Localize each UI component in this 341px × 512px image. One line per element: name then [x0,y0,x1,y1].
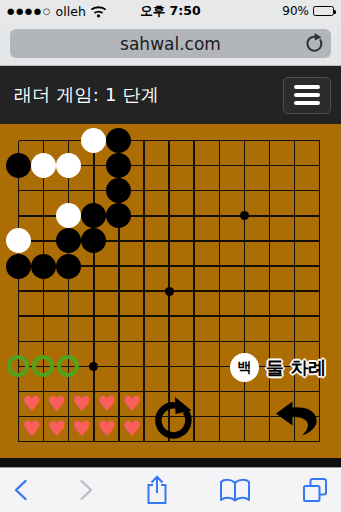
black-stone [56,254,81,279]
board-cell[interactable] [257,253,282,278]
board-cell[interactable] [6,329,31,354]
board-cell[interactable] [131,178,156,203]
board-cell[interactable] [81,253,106,278]
board-cell[interactable] [6,253,31,278]
board-cell[interactable] [6,203,31,228]
board-cell[interactable] [31,354,56,379]
board-cell[interactable] [182,153,207,178]
board-cell[interactable] [207,128,232,153]
board-cell[interactable] [182,329,207,354]
board-cell[interactable] [81,329,106,354]
board-cell[interactable] [106,128,131,153]
board-cell[interactable] [31,253,56,278]
board-cell[interactable] [232,203,257,228]
board-cell[interactable] [6,178,31,203]
board-cell[interactable] [207,253,232,278]
board-cell[interactable] [31,178,56,203]
board-cell[interactable] [106,203,131,228]
board-cell[interactable] [207,228,232,253]
black-stone [31,254,56,279]
board-cell[interactable] [81,153,106,178]
board-cell[interactable] [157,279,182,304]
board-cell[interactable] [307,304,332,329]
heart-icon: ♥ [69,417,94,442]
board-cell[interactable] [282,178,307,203]
board-cell[interactable] [232,379,257,404]
black-stone [106,203,131,228]
board-cell[interactable] [257,228,282,253]
black-stone [106,178,131,203]
board-cell[interactable] [56,128,81,153]
tabs-button[interactable] [302,477,328,503]
share-icon [145,475,169,505]
phone-screen: ●●●●○ olleh 오후 7:50 90% sahwal.com [0,0,341,512]
board-cell[interactable] [131,253,156,278]
board-cell[interactable] [157,128,182,153]
board-cell[interactable] [106,329,131,354]
status-right: 90% [282,4,334,18]
board-cell[interactable] [182,279,207,304]
browser-url-bar: sahwal.com [0,22,341,66]
board-cell[interactable] [307,253,332,278]
heart-icon: ♥ [19,392,44,417]
battery-tip [334,10,336,14]
board-bottom-edge [0,458,341,467]
board-cell[interactable] [106,153,131,178]
hearts-tray: ♥♥♥♥♥♥♥♥♥♥ [19,392,145,442]
go-board[interactable]: ♥♥♥♥♥♥♥♥♥♥ 백 둘 차례 [0,124,341,458]
board-cell[interactable] [257,203,282,228]
white-stone [56,203,81,228]
back-chevron-icon [13,479,28,501]
board-cell[interactable] [106,354,131,379]
board-cell[interactable] [131,329,156,354]
board-cell[interactable] [131,203,156,228]
board-cell[interactable] [282,304,307,329]
hamburger-icon [294,101,320,105]
board-cell[interactable] [232,228,257,253]
board-cell[interactable] [257,128,282,153]
board-cell[interactable] [56,354,81,379]
board-cell[interactable] [282,228,307,253]
forward-button[interactable] [79,479,94,501]
board-cell[interactable] [81,228,106,253]
board-cell[interactable] [232,329,257,354]
board-cell[interactable] [307,128,332,153]
star-point [240,211,249,220]
board-cell[interactable] [56,279,81,304]
board-cell[interactable] [207,279,232,304]
board-cell[interactable] [307,279,332,304]
board-cell[interactable] [31,153,56,178]
app-header: 래더 게임: 1 단계 [0,66,341,124]
board-cell[interactable] [81,128,106,153]
board-cell[interactable] [131,354,156,379]
star-point [89,362,98,371]
white-stone [31,153,56,178]
board-cell[interactable] [56,228,81,253]
board-cell[interactable] [131,153,156,178]
board-cell[interactable] [282,253,307,278]
heart-icon: ♥ [119,392,144,417]
board-cell[interactable] [56,253,81,278]
hamburger-icon [294,93,320,97]
bookmarks-button[interactable] [219,478,251,502]
board-cell[interactable] [56,153,81,178]
board-cell[interactable] [131,228,156,253]
white-stone [56,153,81,178]
board-cell[interactable] [131,279,156,304]
board-cell[interactable] [81,279,106,304]
turn-text: 둘 차례 [266,356,326,380]
tabs-icon [302,477,328,503]
board-cell[interactable] [232,253,257,278]
page-title: 래더 게임: 1 단계 [14,83,159,107]
url-text: sahwal.com [120,34,221,54]
board-cell[interactable] [282,203,307,228]
board-cell[interactable] [6,153,31,178]
board-cell[interactable] [106,279,131,304]
black-stone [81,203,106,228]
board-cell[interactable] [56,178,81,203]
carrier-label: olleh [56,4,86,19]
board-cell[interactable] [207,203,232,228]
board-cell[interactable] [282,128,307,153]
board-cell[interactable] [232,153,257,178]
board-cell[interactable] [31,304,56,329]
board-cell[interactable] [157,178,182,203]
green-circle-marker [7,355,29,377]
heart-icon: ♥ [44,417,69,442]
board-cell[interactable] [6,228,31,253]
heart-icon: ♥ [44,392,69,417]
board-cell[interactable] [282,153,307,178]
black-stone [6,254,31,279]
url-field[interactable]: sahwal.com [10,29,331,58]
board-cell[interactable] [182,178,207,203]
board-cell[interactable] [56,203,81,228]
board-cell[interactable] [307,153,332,178]
board-cell[interactable] [182,203,207,228]
heart-icon: ♥ [94,417,119,442]
board-cell[interactable] [157,203,182,228]
board-cell[interactable] [232,429,257,454]
heart-row: ♥♥♥♥♥ [19,417,145,442]
board-cell[interactable] [106,178,131,203]
board-cell[interactable] [6,354,31,379]
board-cell[interactable] [257,329,282,354]
back-button[interactable] [13,479,28,501]
reload-button[interactable] [303,33,324,54]
black-stone [106,153,131,178]
share-button[interactable] [145,475,169,505]
heart-icon: ♥ [119,417,144,442]
board-cell[interactable] [232,128,257,153]
board-cell[interactable] [282,279,307,304]
board-cell[interactable] [182,253,207,278]
board-cell[interactable] [257,279,282,304]
hamburger-icon [294,85,320,89]
black-stone [6,153,31,178]
board-cell[interactable] [307,203,332,228]
board-cell[interactable] [282,329,307,354]
board-cell[interactable] [131,304,156,329]
board-cell[interactable] [31,228,56,253]
heart-icon: ♥ [94,392,119,417]
heart-icon: ♥ [69,392,94,417]
board-cell[interactable] [257,304,282,329]
status-bar: ●●●●○ olleh 오후 7:50 90% [0,0,341,22]
board-cell[interactable] [56,304,81,329]
board-cell[interactable] [6,304,31,329]
board-cell[interactable] [232,304,257,329]
board-cell[interactable] [207,153,232,178]
board-cell[interactable] [207,329,232,354]
board-cell[interactable] [157,329,182,354]
green-circle-marker [32,355,54,377]
browser-toolbar [0,467,341,512]
board-cell[interactable] [207,354,232,379]
reload-icon [303,33,324,54]
white-stone [6,228,31,253]
rotate-clockwise-icon [150,396,196,441]
status-left: ●●●●○ olleh [7,4,107,19]
board-cell[interactable] [106,228,131,253]
star-point [165,287,174,296]
white-stone [81,128,106,153]
forward-chevron-icon [79,479,94,501]
board-cell[interactable] [307,329,332,354]
board-cell[interactable] [307,228,332,253]
board-cell[interactable] [131,128,156,153]
white-stone-indicator: 백 [230,353,259,382]
board-cell[interactable] [182,304,207,329]
board-cell[interactable] [31,329,56,354]
board-cell[interactable] [232,178,257,203]
board-cell[interactable] [31,279,56,304]
board-cell[interactable] [232,279,257,304]
board-cell[interactable] [182,128,207,153]
board-cell[interactable] [6,128,31,153]
board-cell[interactable] [182,228,207,253]
board-cell[interactable] [307,178,332,203]
green-circle-marker [57,355,79,377]
board-cell[interactable] [207,304,232,329]
board-cell[interactable] [81,304,106,329]
board-cell[interactable] [31,128,56,153]
signal-strength-icon: ●●●●○ [7,7,52,16]
board-cell[interactable] [106,253,131,278]
wifi-icon [90,5,107,18]
undo-button[interactable] [275,400,319,436]
heart-icon: ♥ [19,417,44,442]
undo-arrow-icon [275,400,319,436]
restart-button[interactable] [150,396,196,441]
board-cell[interactable] [6,279,31,304]
heart-row: ♥♥♥♥♥ [19,392,145,417]
board-cell[interactable] [157,354,182,379]
board-cell[interactable] [182,354,207,379]
board-cell[interactable] [207,404,232,429]
black-stone [106,128,131,153]
board-cell[interactable] [157,228,182,253]
menu-button[interactable] [283,77,331,114]
bookmarks-book-icon [219,478,251,502]
turn-indicator: 백 둘 차례 [230,353,326,382]
board-cell[interactable] [56,329,81,354]
battery-percent: 90% [282,4,309,18]
board-cell[interactable] [207,178,232,203]
board-cell[interactable] [257,153,282,178]
board-cell[interactable] [157,253,182,278]
board-cell[interactable] [157,304,182,329]
board-cell[interactable] [81,354,106,379]
board-cell[interactable] [31,203,56,228]
board-cell[interactable] [232,404,257,429]
board-cell[interactable] [81,203,106,228]
black-stone [81,228,106,253]
board-cell[interactable] [207,379,232,404]
board-cell[interactable] [81,178,106,203]
board-cell[interactable] [157,153,182,178]
board-cell[interactable] [106,304,131,329]
board-cell[interactable] [207,429,232,454]
black-stone [56,228,81,253]
board-cell[interactable] [257,178,282,203]
battery-icon [313,6,334,16]
